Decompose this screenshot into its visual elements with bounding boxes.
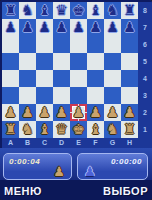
square-d2[interactable]: ♟ (53, 104, 70, 121)
square-d7[interactable]: ♟ (53, 19, 70, 36)
rank-labels: 87654321 (138, 2, 152, 138)
file-label-g: G (104, 137, 121, 148)
piece-white-knight: ♞ (106, 121, 119, 138)
square-d3[interactable] (53, 87, 70, 104)
square-c4[interactable] (36, 70, 53, 87)
rank-label-5: 5 (138, 53, 152, 70)
softkey-bar: МЕНЮ ВЫБОР (0, 180, 152, 200)
file-labels: ABCDEFGH (2, 137, 138, 148)
piece-black-pawn: ♟ (55, 19, 68, 36)
square-f4[interactable] (87, 70, 104, 87)
square-c3[interactable] (36, 87, 53, 104)
rank-label-4: 4 (138, 70, 152, 87)
square-a5[interactable] (2, 53, 19, 70)
piece-white-pawn: ♟ (21, 104, 34, 121)
piece-black-pawn: ♟ (72, 19, 85, 36)
rank-label-6: 6 (138, 36, 152, 53)
square-h4[interactable] (121, 70, 138, 87)
piece-black-pawn: ♟ (89, 19, 102, 36)
rank-label-3: 3 (138, 87, 152, 104)
square-a3[interactable] (2, 87, 19, 104)
rank-label-8: 8 (138, 2, 152, 19)
square-g2[interactable]: ♟ (104, 104, 121, 121)
square-e7[interactable]: ♟ (70, 19, 87, 36)
board-border-top (0, 0, 152, 2)
piece-white-pawn: ♟ (89, 104, 102, 121)
square-a1[interactable]: ♜ (2, 121, 19, 138)
square-f8[interactable]: ♝ (87, 2, 104, 19)
piece-black-queen: ♛ (55, 2, 68, 19)
piece-black-knight: ♞ (21, 2, 34, 19)
piece-black-bishop: ♝ (89, 2, 102, 19)
square-h8[interactable]: ♜ (121, 2, 138, 19)
square-b2[interactable]: ♟ (19, 104, 36, 121)
piece-white-rook: ♜ (4, 121, 17, 138)
square-g1[interactable]: ♞ (104, 121, 121, 138)
square-h7[interactable]: ♟ (121, 19, 138, 36)
square-g3[interactable] (104, 87, 121, 104)
square-b6[interactable] (19, 36, 36, 53)
menu-softkey[interactable]: МЕНЮ (4, 185, 42, 197)
white-clock: 0:00:04 ♟ (3, 153, 72, 180)
square-a2[interactable]: ♟ (2, 104, 19, 121)
square-e8[interactable]: ♚ (70, 2, 87, 19)
square-h2[interactable]: ♟ (121, 104, 138, 121)
square-g6[interactable] (104, 36, 121, 53)
piece-white-pawn: ♟ (38, 104, 51, 121)
piece-black-pawn: ♟ (123, 19, 136, 36)
square-h5[interactable] (121, 53, 138, 70)
rank-label-1: 1 (138, 121, 152, 138)
square-e5[interactable] (70, 53, 87, 70)
square-f5[interactable] (87, 53, 104, 70)
square-g8[interactable]: ♞ (104, 2, 121, 19)
square-d5[interactable] (53, 53, 70, 70)
rank-label-7: 7 (138, 19, 152, 36)
black-clock-time: 0:00:00 (111, 157, 142, 166)
piece-black-rook: ♜ (123, 2, 136, 19)
piece-white-pawn: ♟ (72, 104, 85, 121)
square-f1[interactable]: ♝ (87, 121, 104, 138)
square-h3[interactable] (121, 87, 138, 104)
chess-board: ♜♞♝♛♚♝♞♜♟♟♟♟♟♟♟♟♟♟♟♟♟♟♟♟♜♞♝♛♚♝♞♜ (2, 2, 138, 138)
square-a8[interactable]: ♜ (2, 2, 19, 19)
square-h6[interactable] (121, 36, 138, 53)
square-b3[interactable] (19, 87, 36, 104)
file-label-a: A (2, 137, 19, 148)
square-f2[interactable]: ♟ (87, 104, 104, 121)
file-label-f: F (87, 137, 104, 148)
square-c5[interactable] (36, 53, 53, 70)
square-c1[interactable]: ♝ (36, 121, 53, 138)
piece-white-queen: ♛ (55, 121, 68, 138)
white-pawn-icon: ♟ (53, 164, 65, 180)
square-d6[interactable] (53, 36, 70, 53)
file-label-b: B (19, 137, 36, 148)
square-f6[interactable] (87, 36, 104, 53)
square-f3[interactable] (87, 87, 104, 104)
square-e3[interactable] (70, 87, 87, 104)
square-b8[interactable]: ♞ (19, 2, 36, 19)
square-a7[interactable]: ♟ (2, 19, 19, 36)
select-softkey[interactable]: ВЫБОР (103, 185, 148, 197)
square-b5[interactable] (19, 53, 36, 70)
piece-white-pawn: ♟ (123, 104, 136, 121)
piece-black-pawn: ♟ (106, 19, 119, 36)
square-e2[interactable]: ♟ (70, 104, 87, 121)
square-e6[interactable] (70, 36, 87, 53)
square-g5[interactable] (104, 53, 121, 70)
piece-white-king: ♚ (72, 121, 85, 138)
piece-white-bishop: ♝ (38, 121, 51, 138)
square-c2[interactable]: ♟ (36, 104, 53, 121)
piece-black-pawn: ♟ (38, 19, 51, 36)
piece-white-pawn: ♟ (4, 104, 17, 121)
square-c8[interactable]: ♝ (36, 2, 53, 19)
file-label-h: H (121, 137, 138, 148)
piece-black-rook: ♜ (4, 2, 17, 19)
square-d4[interactable] (53, 70, 70, 87)
square-d8[interactable]: ♛ (53, 2, 70, 19)
square-a4[interactable] (2, 70, 19, 87)
file-label-e: E (70, 137, 87, 148)
rank-label-2: 2 (138, 104, 152, 121)
square-b7[interactable]: ♟ (19, 19, 36, 36)
piece-black-king: ♚ (72, 2, 85, 19)
piece-white-pawn: ♟ (55, 104, 68, 121)
file-label-c: C (36, 137, 53, 148)
piece-white-bishop: ♝ (89, 121, 102, 138)
piece-black-bishop: ♝ (38, 2, 51, 19)
square-g4[interactable] (104, 70, 121, 87)
black-clock: ♟ 0:00:00 (77, 153, 148, 180)
board-border-left (0, 0, 2, 148)
square-b1[interactable]: ♞ (19, 121, 36, 138)
square-g7[interactable]: ♟ (104, 19, 121, 36)
square-c6[interactable] (36, 36, 53, 53)
square-c7[interactable]: ♟ (36, 19, 53, 36)
clocks-panel: 0:00:04 ♟ ♟ 0:00:00 (0, 148, 152, 180)
piece-white-knight: ♞ (21, 121, 34, 138)
square-d1[interactable]: ♛ (53, 121, 70, 138)
piece-black-pawn: ♟ (4, 19, 17, 36)
chess-app-screen: ♜♞♝♛♚♝♞♜♟♟♟♟♟♟♟♟♟♟♟♟♟♟♟♟♜♞♝♛♚♝♞♜ 8765432… (0, 0, 152, 200)
square-b4[interactable] (19, 70, 36, 87)
square-h1[interactable]: ♜ (121, 121, 138, 138)
piece-black-pawn: ♟ (21, 19, 34, 36)
square-e4[interactable] (70, 70, 87, 87)
square-f7[interactable]: ♟ (87, 19, 104, 36)
piece-black-knight: ♞ (106, 2, 119, 19)
file-label-d: D (53, 137, 70, 148)
black-pawn-icon: ♟ (84, 164, 96, 180)
piece-white-pawn: ♟ (106, 104, 119, 121)
white-clock-time: 0:00:04 (9, 157, 40, 166)
piece-white-rook: ♜ (123, 121, 136, 138)
square-a6[interactable] (2, 36, 19, 53)
square-e1[interactable]: ♚ (70, 121, 87, 138)
board-area: ♜♞♝♛♚♝♞♜♟♟♟♟♟♟♟♟♟♟♟♟♟♟♟♟♜♞♝♛♚♝♞♜ 8765432… (0, 0, 152, 148)
